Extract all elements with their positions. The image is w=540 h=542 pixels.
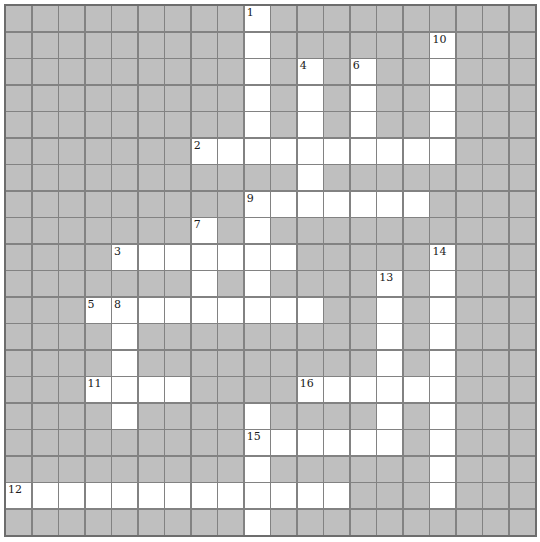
block-cell-r2c17	[457, 59, 482, 84]
block-cell-r12c18	[483, 324, 508, 349]
block-cell-r6c1	[33, 165, 58, 190]
letter-cell-r11c14[interactable]	[377, 298, 402, 323]
block-cell-r19c8	[218, 510, 243, 535]
block-cell-r5c18	[483, 139, 508, 164]
block-cell-r12c13	[351, 324, 376, 349]
letter-cell-r4c9[interactable]	[245, 112, 270, 137]
block-cell-r6c6	[165, 165, 190, 190]
letter-cell-r5c12[interactable]	[324, 139, 349, 164]
letter-cell-r16c14[interactable]	[377, 430, 402, 455]
block-cell-r2c5	[139, 59, 164, 84]
block-cell-r3c14	[377, 86, 402, 111]
letter-cell-r10c14[interactable]: 13	[377, 271, 402, 296]
letter-cell-r5c14[interactable]	[377, 139, 402, 164]
block-cell-r18c19	[510, 483, 535, 508]
letter-cell-r9c9[interactable]	[245, 245, 270, 270]
letter-cell-r14c5[interactable]	[139, 377, 164, 402]
block-cell-r15c5	[139, 404, 164, 429]
block-cell-r5c19	[510, 139, 535, 164]
block-cell-r12c9	[245, 324, 270, 349]
block-cell-r15c17	[457, 404, 482, 429]
letter-cell-r2c9[interactable]	[245, 59, 270, 84]
letter-cell-r3c9[interactable]	[245, 86, 270, 111]
letter-cell-r7c13[interactable]	[351, 192, 376, 217]
letter-cell-r11c6[interactable]	[165, 298, 190, 323]
letter-cell-r11c8[interactable]	[218, 298, 243, 323]
clue-number: 2	[194, 139, 201, 152]
block-cell-r8c0	[6, 218, 31, 243]
letter-cell-r18c7[interactable]	[192, 483, 217, 508]
letter-cell-r9c5[interactable]	[139, 245, 164, 270]
block-cell-r17c1	[33, 457, 58, 482]
clue-number: 4	[300, 59, 307, 72]
block-cell-r14c9	[245, 377, 270, 402]
clue-number: 3	[114, 245, 121, 258]
block-cell-r4c17	[457, 112, 482, 137]
letter-cell-r7c15[interactable]	[404, 192, 429, 217]
block-cell-r13c13	[351, 351, 376, 376]
block-cell-r2c8	[218, 59, 243, 84]
letter-cell-r18c9[interactable]	[245, 483, 270, 508]
letter-cell-r11c9[interactable]	[245, 298, 270, 323]
block-cell-r14c10	[271, 377, 296, 402]
block-cell-r5c4	[112, 139, 137, 164]
letter-cell-r10c9[interactable]	[245, 271, 270, 296]
block-cell-r9c3	[86, 245, 111, 270]
block-cell-r8c6	[165, 218, 190, 243]
letter-cell-r18c0[interactable]: 12	[6, 483, 31, 508]
block-cell-r1c7	[192, 33, 217, 58]
block-cell-r6c2	[59, 165, 84, 190]
block-cell-r7c3	[86, 192, 111, 217]
letter-cell-r14c13[interactable]	[351, 377, 376, 402]
letter-cell-r9c10[interactable]	[271, 245, 296, 270]
letter-cell-r5c10[interactable]	[271, 139, 296, 164]
block-cell-r11c1	[33, 298, 58, 323]
letter-cell-r14c14[interactable]	[377, 377, 402, 402]
letter-cell-r15c9[interactable]	[245, 404, 270, 429]
block-cell-r6c17	[457, 165, 482, 190]
block-cell-r19c1	[33, 510, 58, 535]
block-cell-r5c17	[457, 139, 482, 164]
block-cell-r12c1	[33, 324, 58, 349]
block-cell-r12c11	[298, 324, 323, 349]
letter-cell-r5c7[interactable]: 2	[192, 139, 217, 164]
letter-cell-r7c9[interactable]: 9	[245, 192, 270, 217]
letter-cell-r3c11[interactable]	[298, 86, 323, 111]
letter-cell-r5c16[interactable]	[430, 139, 455, 164]
block-cell-r3c1	[33, 86, 58, 111]
letter-cell-r15c16[interactable]	[430, 404, 455, 429]
letter-cell-r4c11[interactable]	[298, 112, 323, 137]
block-cell-r17c3	[86, 457, 111, 482]
block-cell-r19c16	[430, 510, 455, 535]
block-cell-r1c6	[165, 33, 190, 58]
block-cell-r13c11	[298, 351, 323, 376]
block-cell-r6c7	[192, 165, 217, 190]
letter-cell-r10c7[interactable]	[192, 271, 217, 296]
block-cell-r17c0	[6, 457, 31, 482]
letter-cell-r11c11[interactable]	[298, 298, 323, 323]
letter-cell-r19c9[interactable]	[245, 510, 270, 535]
letter-cell-r6c11[interactable]	[298, 165, 323, 190]
block-cell-r0c5	[139, 6, 164, 31]
block-cell-r4c10	[271, 112, 296, 137]
clue-number: 1	[247, 6, 254, 19]
block-cell-r10c12	[324, 271, 349, 296]
block-cell-r4c18	[483, 112, 508, 137]
block-cell-r9c1	[33, 245, 58, 270]
letter-cell-r11c5[interactable]	[139, 298, 164, 323]
block-cell-r1c15	[404, 33, 429, 58]
block-cell-r18c13	[351, 483, 376, 508]
block-cell-r12c17	[457, 324, 482, 349]
letter-cell-r7c11[interactable]	[298, 192, 323, 217]
letter-cell-r14c11[interactable]: 16	[298, 377, 323, 402]
block-cell-r10c19	[510, 271, 535, 296]
block-cell-r5c6	[165, 139, 190, 164]
block-cell-r3c7	[192, 86, 217, 111]
block-cell-r7c1	[33, 192, 58, 217]
letter-cell-r18c1[interactable]	[33, 483, 58, 508]
letter-cell-r16c11[interactable]	[298, 430, 323, 455]
block-cell-r19c14	[377, 510, 402, 535]
block-cell-r13c18	[483, 351, 508, 376]
block-cell-r8c17	[457, 218, 482, 243]
block-cell-r8c3	[86, 218, 111, 243]
letter-cell-r18c16[interactable]	[430, 483, 455, 508]
block-cell-r0c6	[165, 6, 190, 31]
letter-cell-r5c9[interactable]	[245, 139, 270, 164]
letter-cell-r7c12[interactable]	[324, 192, 349, 217]
letter-cell-r3c16[interactable]	[430, 86, 455, 111]
block-cell-r5c5	[139, 139, 164, 164]
block-cell-r4c12	[324, 112, 349, 137]
letter-cell-r18c2[interactable]	[59, 483, 84, 508]
clue-number: 11	[88, 377, 102, 390]
block-cell-r17c18	[483, 457, 508, 482]
block-cell-r13c5	[139, 351, 164, 376]
letter-cell-r9c16[interactable]: 14	[430, 245, 455, 270]
letter-cell-r14c6[interactable]	[165, 377, 190, 402]
block-cell-r2c19	[510, 59, 535, 84]
block-cell-r16c2	[59, 430, 84, 455]
block-cell-r8c2	[59, 218, 84, 243]
clue-number: 13	[379, 271, 393, 284]
block-cell-r10c1	[33, 271, 58, 296]
block-cell-r6c10	[271, 165, 296, 190]
block-cell-r0c1	[33, 6, 58, 31]
block-cell-r11c17	[457, 298, 482, 323]
letter-cell-r9c8[interactable]	[218, 245, 243, 270]
block-cell-r13c8	[218, 351, 243, 376]
block-cell-r15c3	[86, 404, 111, 429]
letter-cell-r14c4[interactable]	[112, 377, 137, 402]
clue-number: 15	[247, 430, 261, 443]
letter-cell-r11c4[interactable]: 8	[112, 298, 137, 323]
clue-number: 5	[88, 298, 95, 311]
letter-cell-r4c16[interactable]	[430, 112, 455, 137]
block-cell-r2c14	[377, 59, 402, 84]
letter-cell-r4c13[interactable]	[351, 112, 376, 137]
letter-cell-r18c4[interactable]	[112, 483, 137, 508]
block-cell-r13c1	[33, 351, 58, 376]
block-cell-r19c19	[510, 510, 535, 535]
letter-cell-r7c10[interactable]	[271, 192, 296, 217]
letter-cell-r8c7[interactable]: 7	[192, 218, 217, 243]
block-cell-r8c10	[271, 218, 296, 243]
block-cell-r12c3	[86, 324, 111, 349]
block-cell-r10c17	[457, 271, 482, 296]
block-cell-r2c6	[165, 59, 190, 84]
letter-cell-r13c4[interactable]	[112, 351, 137, 376]
letter-cell-r18c6[interactable]	[165, 483, 190, 508]
block-cell-r8c14	[377, 218, 402, 243]
block-cell-r7c16	[430, 192, 455, 217]
block-cell-r7c2	[59, 192, 84, 217]
block-cell-r2c3	[86, 59, 111, 84]
block-cell-r17c13	[351, 457, 376, 482]
block-cell-r9c12	[324, 245, 349, 270]
clue-number: 6	[353, 59, 360, 72]
block-cell-r3c12	[324, 86, 349, 111]
block-cell-r15c19	[510, 404, 535, 429]
block-cell-r12c2	[59, 324, 84, 349]
letter-cell-r10c16[interactable]	[430, 271, 455, 296]
block-cell-r13c2	[59, 351, 84, 376]
block-cell-r14c8	[218, 377, 243, 402]
block-cell-r0c3	[86, 6, 111, 31]
letter-cell-r9c6[interactable]	[165, 245, 190, 270]
letter-cell-r12c16[interactable]	[430, 324, 455, 349]
block-cell-r9c14	[377, 245, 402, 270]
block-cell-r13c12	[324, 351, 349, 376]
block-cell-r1c3	[86, 33, 111, 58]
letter-cell-r9c7[interactable]	[192, 245, 217, 270]
block-cell-r19c17	[457, 510, 482, 535]
block-cell-r3c3	[86, 86, 111, 111]
block-cell-r6c3	[86, 165, 111, 190]
letter-cell-r18c5[interactable]	[139, 483, 164, 508]
letter-cell-r15c4[interactable]	[112, 404, 137, 429]
block-cell-r15c11	[298, 404, 323, 429]
clue-number: 8	[114, 298, 121, 311]
block-cell-r6c13	[351, 165, 376, 190]
block-cell-r0c8	[218, 6, 243, 31]
letter-cell-r12c14[interactable]	[377, 324, 402, 349]
block-cell-r16c0	[6, 430, 31, 455]
letter-cell-r16c16[interactable]	[430, 430, 455, 455]
block-cell-r0c7	[192, 6, 217, 31]
letter-cell-r16c9[interactable]: 15	[245, 430, 270, 455]
block-cell-r15c13	[351, 404, 376, 429]
letter-cell-r16c12[interactable]	[324, 430, 349, 455]
block-cell-r1c10	[271, 33, 296, 58]
block-cell-r1c2	[59, 33, 84, 58]
block-cell-r7c4	[112, 192, 137, 217]
block-cell-r19c7	[192, 510, 217, 535]
block-cell-r0c11	[298, 6, 323, 31]
block-cell-r4c15	[404, 112, 429, 137]
letter-cell-r17c16[interactable]	[430, 457, 455, 482]
block-cell-r14c7	[192, 377, 217, 402]
block-cell-r3c10	[271, 86, 296, 111]
block-cell-r1c14	[377, 33, 402, 58]
block-cell-r0c13	[351, 6, 376, 31]
letter-cell-r18c3[interactable]	[86, 483, 111, 508]
letter-cell-r5c8[interactable]	[218, 139, 243, 164]
block-cell-r7c18	[483, 192, 508, 217]
block-cell-r11c18	[483, 298, 508, 323]
block-cell-r17c7	[192, 457, 217, 482]
block-cell-r0c12	[324, 6, 349, 31]
letter-cell-r5c11[interactable]	[298, 139, 323, 164]
block-cell-r7c5	[139, 192, 164, 217]
letter-cell-r18c11[interactable]	[298, 483, 323, 508]
letter-cell-r2c13[interactable]: 6	[351, 59, 376, 84]
letter-cell-r1c9[interactable]	[245, 33, 270, 58]
block-cell-r3c8	[218, 86, 243, 111]
block-cell-r2c18	[483, 59, 508, 84]
letter-cell-r13c16[interactable]	[430, 351, 455, 376]
block-cell-r13c0	[6, 351, 31, 376]
block-cell-r17c14	[377, 457, 402, 482]
block-cell-r16c8	[218, 430, 243, 455]
block-cell-r15c10	[271, 404, 296, 429]
block-cell-r4c0	[6, 112, 31, 137]
block-cell-r16c3	[86, 430, 111, 455]
block-cell-r0c0	[6, 6, 31, 31]
block-cell-r6c18	[483, 165, 508, 190]
block-cell-r17c5	[139, 457, 164, 482]
letter-cell-r15c14[interactable]	[377, 404, 402, 429]
block-cell-r10c8	[218, 271, 243, 296]
block-cell-r15c12	[324, 404, 349, 429]
block-cell-r3c5	[139, 86, 164, 111]
letter-cell-r18c10[interactable]	[271, 483, 296, 508]
block-cell-r10c15	[404, 271, 429, 296]
block-cell-r7c19	[510, 192, 535, 217]
letter-cell-r1c16[interactable]: 10	[430, 33, 455, 58]
letter-cell-r11c3[interactable]: 5	[86, 298, 111, 323]
block-cell-r7c17	[457, 192, 482, 217]
clue-number: 7	[194, 218, 201, 231]
block-cell-r14c0	[6, 377, 31, 402]
letter-cell-r14c12[interactable]	[324, 377, 349, 402]
block-cell-r1c12	[324, 33, 349, 58]
block-cell-r7c0	[6, 192, 31, 217]
letter-cell-r5c15[interactable]	[404, 139, 429, 164]
block-cell-r8c15	[404, 218, 429, 243]
letter-cell-r18c8[interactable]	[218, 483, 243, 508]
block-cell-r11c13	[351, 298, 376, 323]
letter-cell-r12c4[interactable]	[112, 324, 137, 349]
block-cell-r2c2	[59, 59, 84, 84]
letter-cell-r3c13[interactable]	[351, 86, 376, 111]
block-cell-r6c15	[404, 165, 429, 190]
block-cell-r13c10	[271, 351, 296, 376]
block-cell-r3c19	[510, 86, 535, 111]
block-cell-r17c11	[298, 457, 323, 482]
block-cell-r16c4	[112, 430, 137, 455]
block-cell-r1c1	[33, 33, 58, 58]
block-cell-r16c5	[139, 430, 164, 455]
block-cell-r12c5	[139, 324, 164, 349]
block-cell-r16c7	[192, 430, 217, 455]
block-cell-r9c2	[59, 245, 84, 270]
block-cell-r8c8	[218, 218, 243, 243]
block-cell-r8c11	[298, 218, 323, 243]
letter-cell-r16c10[interactable]	[271, 430, 296, 455]
block-cell-r15c8	[218, 404, 243, 429]
block-cell-r19c6	[165, 510, 190, 535]
block-cell-r14c17	[457, 377, 482, 402]
block-cell-r6c14	[377, 165, 402, 190]
block-cell-r14c1	[33, 377, 58, 402]
block-cell-r17c4	[112, 457, 137, 482]
block-cell-r10c3	[86, 271, 111, 296]
block-cell-r9c15	[404, 245, 429, 270]
block-cell-r6c16	[430, 165, 455, 190]
letter-cell-r2c16[interactable]	[430, 59, 455, 84]
block-cell-r4c1	[33, 112, 58, 137]
block-cell-r7c7	[192, 192, 217, 217]
letter-cell-r8c9[interactable]	[245, 218, 270, 243]
letter-cell-r11c16[interactable]	[430, 298, 455, 323]
block-cell-r1c17	[457, 33, 482, 58]
block-cell-r15c1	[33, 404, 58, 429]
block-cell-r10c11	[298, 271, 323, 296]
letter-cell-r0c9[interactable]: 1	[245, 6, 270, 31]
letter-cell-r11c7[interactable]	[192, 298, 217, 323]
block-cell-r2c7	[192, 59, 217, 84]
letter-cell-r14c3[interactable]: 11	[86, 377, 111, 402]
block-cell-r19c15	[404, 510, 429, 535]
letter-cell-r5c13[interactable]	[351, 139, 376, 164]
block-cell-r17c17	[457, 457, 482, 482]
letter-cell-r17c9[interactable]	[245, 457, 270, 482]
block-cell-r17c8	[218, 457, 243, 482]
block-cell-r15c2	[59, 404, 84, 429]
block-cell-r11c15	[404, 298, 429, 323]
block-cell-r19c4	[112, 510, 137, 535]
block-cell-r3c4	[112, 86, 137, 111]
block-cell-r8c16	[430, 218, 455, 243]
block-cell-r19c13	[351, 510, 376, 535]
crossword-worksheet: { "game": "crossword", "grid": { "rows":…	[0, 0, 540, 542]
letter-cell-r7c14[interactable]	[377, 192, 402, 217]
letter-cell-r2c11[interactable]: 4	[298, 59, 323, 84]
block-cell-r16c1	[33, 430, 58, 455]
letter-cell-r13c14[interactable]	[377, 351, 402, 376]
block-cell-r0c15	[404, 6, 429, 31]
block-cell-r6c9	[245, 165, 270, 190]
block-cell-r6c4	[112, 165, 137, 190]
block-cell-r10c0	[6, 271, 31, 296]
letter-cell-r16c13[interactable]	[351, 430, 376, 455]
letter-cell-r14c15[interactable]	[404, 377, 429, 402]
block-cell-r0c18	[483, 6, 508, 31]
block-cell-r7c8	[218, 192, 243, 217]
block-cell-r12c19	[510, 324, 535, 349]
letter-cell-r9c4[interactable]: 3	[112, 245, 137, 270]
letter-cell-r11c10[interactable]	[271, 298, 296, 323]
letter-cell-r14c16[interactable]	[430, 377, 455, 402]
letter-cell-r18c12[interactable]	[324, 483, 349, 508]
block-cell-r12c6	[165, 324, 190, 349]
block-cell-r9c18	[483, 245, 508, 270]
block-cell-r4c4	[112, 112, 137, 137]
